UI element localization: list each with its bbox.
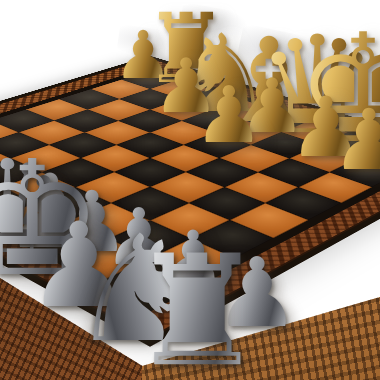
pieces-layer: ♟♜♟♞♟♝♟♛♟♚♟♛♚♟♟♟♟♟♞♜♟ [0, 0, 380, 380]
piece-black-rook[interactable]: ♜ [128, 235, 265, 380]
chess-set-photo: ♟♜♟♞♟♝♟♛♟♚♟♛♚♟♟♟♟♟♞♜♟ [0, 0, 380, 380]
piece-white-pawn[interactable]: ♟ [194, 76, 264, 154]
piece-white-pawn[interactable]: ♟ [331, 98, 380, 182]
